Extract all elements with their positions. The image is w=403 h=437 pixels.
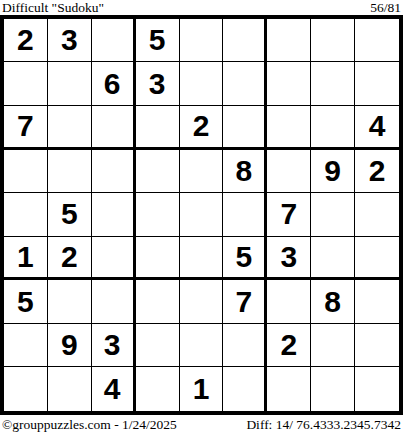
cell-r3c4-empty[interactable] [136, 106, 180, 150]
cell-r4c7-empty[interactable] [267, 150, 311, 194]
cell-r7c3-empty[interactable] [92, 280, 136, 324]
cell-r4c4-empty[interactable] [136, 150, 180, 194]
cell-r8c3-given[interactable]: 3 [92, 324, 136, 368]
cell-r3c3-empty[interactable] [92, 106, 136, 150]
cell-r4c9-given[interactable]: 2 [355, 150, 399, 194]
cell-r6c9-empty[interactable] [355, 237, 399, 281]
cell-r6c6-given[interactable]: 5 [223, 237, 267, 281]
cell-r1c1-given[interactable]: 2 [4, 19, 48, 63]
cell-r7c4-empty[interactable] [136, 280, 180, 324]
cell-r8c8-empty[interactable] [311, 324, 355, 368]
copyright-date-text: ©grouppuzzles.com - 1/24/2025 [2, 417, 177, 433]
cell-r4c8-given[interactable]: 9 [311, 150, 355, 194]
page-header: Difficult "Sudoku" 56/81 [0, 0, 403, 15]
cell-r2c9-empty[interactable] [355, 62, 399, 106]
cell-r6c8-empty[interactable] [311, 237, 355, 281]
cell-r3c7-empty[interactable] [267, 106, 311, 150]
sudoku-page: Difficult "Sudoku" 56/81 235637248925712… [0, 0, 403, 437]
cell-r5c8-empty[interactable] [311, 193, 355, 237]
cell-r9c9-empty[interactable] [355, 367, 399, 411]
cell-r1c7-empty[interactable] [267, 19, 311, 63]
cell-r8c2-given[interactable]: 9 [48, 324, 92, 368]
cell-r2c5-empty[interactable] [180, 62, 224, 106]
cell-r6c5-empty[interactable] [180, 237, 224, 281]
cell-r1c3-empty[interactable] [92, 19, 136, 63]
cell-r1c6-empty[interactable] [223, 19, 267, 63]
cell-r2c8-empty[interactable] [311, 62, 355, 106]
cell-r8c5-empty[interactable] [180, 324, 224, 368]
cell-r9c4-empty[interactable] [136, 367, 180, 411]
cell-r6c7-given[interactable]: 3 [267, 237, 311, 281]
cell-r1c5-empty[interactable] [180, 19, 224, 63]
cell-r9c6-empty[interactable] [223, 367, 267, 411]
cell-r5c7-given[interactable]: 7 [267, 193, 311, 237]
cell-r6c2-given[interactable]: 2 [48, 237, 92, 281]
cell-r5c6-empty[interactable] [223, 193, 267, 237]
cell-r3c9-given[interactable]: 4 [355, 106, 399, 150]
cell-r4c3-empty[interactable] [92, 150, 136, 194]
cell-r9c8-empty[interactable] [311, 367, 355, 411]
cell-r6c4-empty[interactable] [136, 237, 180, 281]
cell-r9c7-empty[interactable] [267, 367, 311, 411]
cell-r7c7-empty[interactable] [267, 280, 311, 324]
cell-r7c9-empty[interactable] [355, 280, 399, 324]
cell-r9c2-empty[interactable] [48, 367, 92, 411]
cell-r1c8-empty[interactable] [311, 19, 355, 63]
cell-r7c1-given[interactable]: 5 [4, 280, 48, 324]
cell-r6c1-given[interactable]: 1 [4, 237, 48, 281]
cell-r9c3-given[interactable]: 4 [92, 367, 136, 411]
cell-r8c9-empty[interactable] [355, 324, 399, 368]
cell-r4c6-given[interactable]: 8 [223, 150, 267, 194]
cell-r2c7-empty[interactable] [267, 62, 311, 106]
cell-r5c4-empty[interactable] [136, 193, 180, 237]
cell-r1c4-given[interactable]: 5 [136, 19, 180, 63]
page-footer: ©grouppuzzles.com - 1/24/2025 Diff: 14/ … [0, 415, 403, 437]
cell-r2c4-given[interactable]: 3 [136, 62, 180, 106]
puzzle-title: Difficult "Sudoku" [2, 1, 104, 15]
cell-r3c5-given[interactable]: 2 [180, 106, 224, 150]
cell-r5c3-empty[interactable] [92, 193, 136, 237]
cell-r3c6-empty[interactable] [223, 106, 267, 150]
cell-r7c2-empty[interactable] [48, 280, 92, 324]
cell-r8c4-empty[interactable] [136, 324, 180, 368]
empty-cell-counter: 56/81 [370, 1, 401, 15]
cell-r8c1-empty[interactable] [4, 324, 48, 368]
cell-r1c2-given[interactable]: 3 [48, 19, 92, 63]
cell-r7c5-empty[interactable] [180, 280, 224, 324]
cell-r2c2-empty[interactable] [48, 62, 92, 106]
cell-r7c6-given[interactable]: 7 [223, 280, 267, 324]
cell-r9c5-given[interactable]: 1 [180, 367, 224, 411]
cell-r2c1-empty[interactable] [4, 62, 48, 106]
cell-r2c3-given[interactable]: 6 [92, 62, 136, 106]
cell-r5c1-empty[interactable] [4, 193, 48, 237]
cell-r3c1-given[interactable]: 7 [4, 106, 48, 150]
cell-r4c1-empty[interactable] [4, 150, 48, 194]
cell-r4c2-empty[interactable] [48, 150, 92, 194]
cell-r6c3-empty[interactable] [92, 237, 136, 281]
cell-r8c6-empty[interactable] [223, 324, 267, 368]
cell-r4c5-empty[interactable] [180, 150, 224, 194]
cell-r9c1-empty[interactable] [4, 367, 48, 411]
cell-r8c7-given[interactable]: 2 [267, 324, 311, 368]
cell-r5c9-empty[interactable] [355, 193, 399, 237]
difficulty-rating-text: Diff: 14/ 76.4333.2345.7342 [246, 417, 401, 433]
cell-r5c2-given[interactable]: 5 [48, 193, 92, 237]
cell-r2c6-empty[interactable] [223, 62, 267, 106]
cell-r3c8-empty[interactable] [311, 106, 355, 150]
cell-r3c2-empty[interactable] [48, 106, 92, 150]
cell-r1c9-empty[interactable] [355, 19, 399, 63]
cell-r7c8-given[interactable]: 8 [311, 280, 355, 324]
cell-r5c5-empty[interactable] [180, 193, 224, 237]
sudoku-board: 2356372489257125357893241 [0, 15, 403, 415]
